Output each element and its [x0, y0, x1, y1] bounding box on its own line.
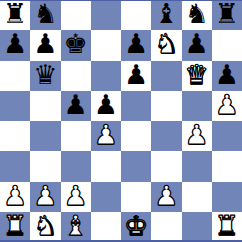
piece-black-pawn-c5[interactable]: ♟ [64, 91, 88, 120]
square-e6[interactable]: ♟ [121, 61, 151, 91]
piece-black-queen-b6[interactable]: ♛ [33, 61, 57, 90]
square-e1[interactable]: ♚ [121, 212, 151, 242]
square-d5[interactable]: ♟ [91, 91, 121, 121]
square-h7[interactable] [212, 30, 242, 60]
square-g2[interactable] [182, 182, 212, 212]
square-b2[interactable]: ♟ [30, 182, 60, 212]
square-e4[interactable] [121, 121, 151, 151]
piece-black-pawn-g7[interactable]: ♟ [185, 30, 209, 59]
square-b4[interactable] [30, 121, 60, 151]
square-g4[interactable]: ♟ [182, 121, 212, 151]
square-d3[interactable] [91, 151, 121, 181]
square-b1[interactable]: ♞ [30, 212, 60, 242]
piece-black-knight-b8[interactable]: ♞ [33, 0, 57, 29]
square-c5[interactable]: ♟ [61, 91, 91, 121]
piece-black-bishop-f8[interactable]: ♝ [154, 0, 178, 29]
square-g5[interactable] [182, 91, 212, 121]
piece-white-pawn-c2[interactable]: ♟ [64, 182, 88, 211]
piece-white-bishop-c1[interactable]: ♝ [64, 212, 88, 241]
square-f7[interactable]: ♞ [151, 30, 181, 60]
square-f6[interactable] [151, 61, 181, 91]
piece-black-pawn-e7[interactable]: ♟ [124, 30, 148, 59]
square-e5[interactable] [121, 91, 151, 121]
square-f4[interactable] [151, 121, 181, 151]
square-h8[interactable]: ♜ [212, 0, 242, 30]
piece-black-rook-a8[interactable]: ♜ [3, 0, 27, 29]
square-g3[interactable] [182, 151, 212, 181]
piece-black-rook-h8[interactable]: ♜ [215, 0, 239, 29]
square-c3[interactable] [61, 151, 91, 181]
square-g8[interactable]: ♞ [182, 0, 212, 30]
chess-board: ♜♞♝♞♜♟♟♚♟♞♟♛♟♛♟♟♟♟♟♟♟♟♟♟♜♞♝♚♜ [0, 0, 242, 242]
square-c2[interactable]: ♟ [61, 182, 91, 212]
square-b6[interactable]: ♛ [30, 61, 60, 91]
square-h4[interactable] [212, 121, 242, 151]
square-g1[interactable] [182, 212, 212, 242]
square-c8[interactable] [61, 0, 91, 30]
square-b7[interactable]: ♟ [30, 30, 60, 60]
square-d1[interactable] [91, 212, 121, 242]
piece-white-rook-a1[interactable]: ♜ [3, 212, 27, 241]
square-f5[interactable] [151, 91, 181, 121]
piece-white-pawn-b2[interactable]: ♟ [33, 182, 57, 211]
square-g6[interactable]: ♛ [182, 61, 212, 91]
square-a1[interactable]: ♜ [0, 212, 30, 242]
square-h5[interactable]: ♟ [212, 91, 242, 121]
piece-white-knight-f7[interactable]: ♞ [154, 30, 178, 59]
square-d4[interactable]: ♟ [91, 121, 121, 151]
square-d7[interactable] [91, 30, 121, 60]
square-f8[interactable]: ♝ [151, 0, 181, 30]
square-e8[interactable] [121, 0, 151, 30]
square-a7[interactable]: ♟ [0, 30, 30, 60]
square-h1[interactable]: ♜ [212, 212, 242, 242]
square-e7[interactable]: ♟ [121, 30, 151, 60]
piece-black-king-c7[interactable]: ♚ [64, 30, 88, 59]
square-c4[interactable] [61, 121, 91, 151]
square-a3[interactable] [0, 151, 30, 181]
square-f2[interactable]: ♟ [151, 182, 181, 212]
chess-board-widget: ♜♞♝♞♜♟♟♚♟♞♟♛♟♛♟♟♟♟♟♟♟♟♟♟♜♞♝♚♜ [0, 0, 242, 242]
square-e2[interactable] [121, 182, 151, 212]
piece-white-pawn-d4[interactable]: ♟ [94, 121, 118, 150]
square-d8[interactable] [91, 0, 121, 30]
square-h3[interactable] [212, 151, 242, 181]
piece-white-pawn-g4[interactable]: ♟ [185, 121, 209, 150]
square-f1[interactable] [151, 212, 181, 242]
square-a4[interactable] [0, 121, 30, 151]
square-a2[interactable]: ♟ [0, 182, 30, 212]
square-e3[interactable] [121, 151, 151, 181]
square-h2[interactable] [212, 182, 242, 212]
square-c1[interactable]: ♝ [61, 212, 91, 242]
piece-black-pawn-b7[interactable]: ♟ [33, 30, 57, 59]
piece-white-pawn-a2[interactable]: ♟ [3, 182, 27, 211]
square-b3[interactable] [30, 151, 60, 181]
piece-white-knight-b1[interactable]: ♞ [33, 212, 57, 241]
square-f3[interactable] [151, 151, 181, 181]
square-a8[interactable]: ♜ [0, 0, 30, 30]
square-a5[interactable] [0, 91, 30, 121]
square-c7[interactable]: ♚ [61, 30, 91, 60]
square-c6[interactable] [61, 61, 91, 91]
piece-white-king-e1[interactable]: ♚ [124, 212, 148, 241]
piece-white-pawn-h5[interactable]: ♟ [215, 91, 239, 120]
piece-white-queen-g6[interactable]: ♛ [185, 61, 209, 90]
piece-white-pawn-f2[interactable]: ♟ [154, 182, 178, 211]
square-b8[interactable]: ♞ [30, 0, 60, 30]
square-d2[interactable] [91, 182, 121, 212]
piece-black-pawn-a7[interactable]: ♟ [3, 30, 27, 59]
square-g7[interactable]: ♟ [182, 30, 212, 60]
piece-white-rook-h1[interactable]: ♜ [215, 212, 239, 241]
piece-black-knight-g8[interactable]: ♞ [185, 0, 209, 29]
piece-black-pawn-e6[interactable]: ♟ [124, 61, 148, 90]
square-h6[interactable]: ♟ [212, 61, 242, 91]
piece-black-pawn-d5[interactable]: ♟ [94, 91, 118, 120]
square-b5[interactable] [30, 91, 60, 121]
square-a6[interactable] [0, 61, 30, 91]
square-d6[interactable] [91, 61, 121, 91]
piece-black-pawn-h6[interactable]: ♟ [215, 61, 239, 90]
